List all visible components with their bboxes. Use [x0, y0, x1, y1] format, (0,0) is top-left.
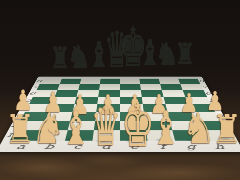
rank-label-right-4: 4 — [211, 106, 220, 110]
square-b5[interactable] — [52, 97, 77, 104]
rank-label-right-8: 8 — [197, 80, 205, 83]
rank-label-right-1: 1 — [225, 132, 236, 138]
square-e2[interactable] — [120, 121, 146, 130]
square-g1[interactable] — [172, 130, 202, 140]
piece-shadow-b8 — [67, 63, 88, 67]
square-b6[interactable] — [55, 90, 79, 97]
file-label-a: a — [5, 143, 37, 151]
square-e3[interactable] — [120, 112, 145, 121]
piece-shadow-c8 — [88, 62, 107, 66]
file-label-c: c — [62, 143, 92, 151]
rank-label-right-3: 3 — [215, 114, 225, 119]
square-d4[interactable] — [96, 104, 120, 112]
square-c5[interactable] — [75, 97, 99, 104]
square-f3[interactable] — [144, 112, 170, 121]
square-c6[interactable] — [76, 90, 99, 97]
rank-label-right-7: 7 — [200, 86, 208, 89]
board-squares — [10, 79, 230, 141]
file-label-g: g — [176, 143, 207, 151]
file-label-d: d — [91, 143, 120, 151]
chessboard-photo: abcdefgh 1122334455667788 ♜♞♝♛♚♝♞♜♟♟♟♟♟♟… — [0, 0, 240, 180]
piece-black-rook-h8[interactable]: ♜ — [175, 40, 196, 69]
square-d5[interactable] — [97, 97, 120, 104]
square-e4[interactable] — [120, 104, 144, 112]
rank-label-right-6: 6 — [204, 92, 213, 96]
square-g3[interactable] — [168, 112, 195, 121]
square-c3[interactable] — [70, 112, 96, 121]
piece-shadow-a8 — [50, 64, 68, 67]
rank-label-right-2: 2 — [220, 123, 231, 128]
piece-black-queen-d8[interactable]: ♛ — [104, 25, 130, 75]
square-c2[interactable] — [68, 121, 95, 130]
rank-label-right-5: 5 — [207, 99, 216, 103]
square-g5[interactable] — [164, 97, 189, 104]
piece-black-knight-b8[interactable]: ♞ — [67, 41, 91, 73]
square-d6[interactable] — [98, 90, 120, 97]
square-f1[interactable] — [146, 130, 175, 140]
piece-black-king-e8[interactable]: ♚ — [119, 21, 147, 75]
piece-shadow-f8 — [139, 60, 158, 64]
piece-black-bishop-c8[interactable]: ♝ — [88, 37, 111, 73]
piece-black-bishop-f8[interactable]: ♝ — [139, 35, 162, 71]
square-g2[interactable] — [170, 121, 199, 130]
square-c1[interactable] — [65, 130, 94, 140]
square-e1[interactable] — [120, 130, 148, 140]
square-e6[interactable] — [120, 90, 142, 97]
file-label-b: b — [34, 143, 65, 151]
piece-shadow-h8 — [175, 60, 193, 63]
square-f5[interactable] — [142, 97, 166, 104]
piece-shadow-d8 — [104, 60, 126, 66]
file-label-h: h — [203, 143, 235, 151]
square-d3[interactable] — [95, 112, 120, 121]
file-label-e: e — [120, 143, 149, 151]
piece-shadow-g8 — [155, 60, 176, 64]
file-label-f: f — [148, 143, 178, 151]
square-f4[interactable] — [143, 104, 168, 112]
piece-shadow-e8 — [119, 59, 143, 65]
piece-black-knight-g8[interactable]: ♞ — [155, 38, 179, 70]
square-d2[interactable] — [94, 121, 120, 130]
square-b2[interactable] — [42, 121, 71, 130]
square-c4[interactable] — [72, 104, 97, 112]
square-g4[interactable] — [165, 104, 191, 112]
square-g6[interactable] — [162, 90, 186, 97]
square-f6[interactable] — [141, 90, 164, 97]
square-b3[interactable] — [45, 112, 72, 121]
square-b1[interactable] — [37, 130, 67, 140]
piece-black-rook-a8[interactable]: ♜ — [50, 44, 71, 73]
square-b4[interactable] — [49, 104, 75, 112]
chess-board: abcdefgh 1122334455667788 — [0, 77, 240, 152]
square-d1[interactable] — [92, 130, 120, 140]
square-e5[interactable] — [120, 97, 143, 104]
square-f2[interactable] — [145, 121, 172, 130]
